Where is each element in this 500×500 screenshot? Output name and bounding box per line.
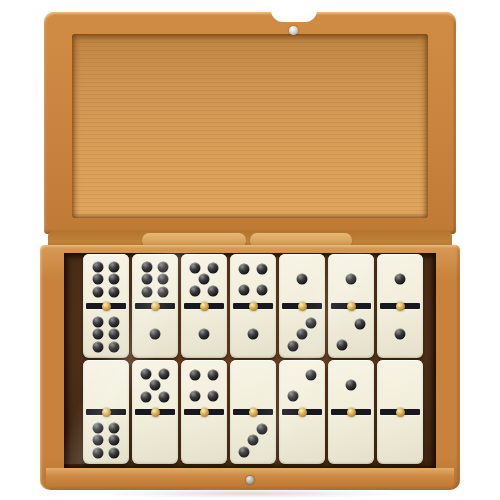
pip (92, 286, 103, 297)
tile-half-bottom (132, 415, 178, 464)
domino-tile[interactable] (132, 360, 178, 464)
spinner-pin-icon (249, 408, 258, 417)
pip (92, 273, 103, 284)
spinner-pin-icon (396, 302, 405, 311)
domino-tile[interactable] (377, 360, 423, 464)
spinner-pin-icon (102, 408, 111, 417)
pip (141, 261, 152, 272)
tile-half-top (181, 360, 227, 409)
pip (297, 274, 308, 285)
spinner-pin-icon (298, 302, 307, 311)
spinner-pin-icon (102, 302, 111, 311)
pip (158, 261, 169, 272)
spinner-pin-icon (249, 302, 258, 311)
domino-tile[interactable] (328, 360, 374, 464)
pip (346, 380, 357, 391)
pip (109, 316, 120, 327)
pip (109, 422, 120, 433)
pip (355, 318, 366, 329)
tile-half-bottom (377, 415, 423, 464)
tile-half-bottom (83, 309, 129, 358)
pip (92, 328, 103, 339)
domino-tile[interactable] (132, 254, 178, 358)
pip (287, 391, 298, 402)
pip (150, 379, 161, 390)
product-photo-dominoes-box (0, 0, 500, 500)
pip (336, 340, 347, 351)
tile-half-top (230, 254, 276, 303)
pip (159, 368, 170, 379)
tile-half-top (83, 254, 129, 303)
tile-half-top (230, 360, 276, 409)
tile-half-top (279, 254, 325, 303)
pip (109, 341, 120, 352)
domino-tile[interactable] (181, 360, 227, 464)
pip (238, 263, 249, 274)
tile-half-bottom (328, 415, 374, 464)
domino-tile[interactable] (181, 254, 227, 358)
pip (140, 391, 151, 402)
spinner-pin-icon (396, 408, 405, 417)
box-lid (44, 12, 456, 234)
tile-half-top (181, 254, 227, 303)
spinner-pin-icon (200, 408, 209, 417)
pip (92, 341, 103, 352)
domino-tile[interactable] (230, 360, 276, 464)
pip (257, 423, 268, 434)
pip (189, 369, 200, 380)
pip (248, 434, 259, 445)
domino-board (83, 254, 423, 464)
domino-tile[interactable] (230, 254, 276, 358)
pip (189, 262, 200, 273)
pip (346, 274, 357, 285)
pip (257, 263, 268, 274)
pip (109, 261, 120, 272)
tile-half-bottom (83, 415, 129, 464)
pip (158, 286, 169, 297)
tile-half-bottom (132, 309, 178, 358)
pip (208, 391, 219, 402)
pip (208, 285, 219, 296)
pip (92, 316, 103, 327)
tile-half-top (83, 360, 129, 409)
pip (306, 369, 317, 380)
pip (199, 273, 210, 284)
tile-half-top (132, 254, 178, 303)
pip (159, 391, 170, 402)
tile-half-top (328, 360, 374, 409)
pip (297, 328, 308, 339)
pip (109, 434, 120, 445)
domino-tile[interactable] (328, 254, 374, 358)
domino-tile[interactable] (377, 254, 423, 358)
pip (257, 285, 268, 296)
floor-reflection (110, 489, 390, 498)
spinner-pin-icon (151, 302, 160, 311)
spinner-pin-icon (200, 302, 209, 311)
pip (395, 274, 406, 285)
tile-half-bottom (279, 415, 325, 464)
pip (199, 329, 210, 340)
spinner-pin-icon (298, 408, 307, 417)
pip (158, 273, 169, 284)
tile-half-bottom (328, 309, 374, 358)
lid-magnet-dot-icon (289, 26, 298, 35)
pip (140, 368, 151, 379)
pip (92, 261, 103, 272)
spinner-pin-icon (151, 408, 160, 417)
spinner-pin-icon (347, 408, 356, 417)
domino-tile[interactable] (83, 360, 129, 464)
tile-half-bottom (181, 415, 227, 464)
pip (92, 422, 103, 433)
tile-half-top (328, 254, 374, 303)
pip (109, 447, 120, 458)
tile-half-top (377, 254, 423, 303)
tile-half-bottom (181, 309, 227, 358)
tile-half-bottom (230, 309, 276, 358)
tile-half-top (279, 360, 325, 409)
pip (109, 273, 120, 284)
tile-half-top (132, 360, 178, 409)
pip (141, 286, 152, 297)
pip (109, 286, 120, 297)
box-front-wall (46, 468, 454, 490)
pip (395, 329, 406, 340)
pip (238, 285, 249, 296)
pip (287, 340, 298, 351)
lid-latch-notch (271, 10, 317, 22)
pip (208, 262, 219, 273)
front-screw-icon (246, 476, 254, 484)
spinner-pin-icon (347, 302, 356, 311)
pip (189, 391, 200, 402)
domino-tile[interactable] (279, 360, 325, 464)
pip (248, 329, 259, 340)
pip (306, 317, 317, 328)
pip (208, 369, 219, 380)
pip (238, 446, 249, 457)
tile-half-bottom (377, 309, 423, 358)
pip (189, 285, 200, 296)
domino-tile[interactable] (83, 254, 129, 358)
pip (141, 273, 152, 284)
pip (92, 447, 103, 458)
pip (150, 329, 161, 340)
pip (109, 328, 120, 339)
lid-inner-panel (72, 34, 428, 218)
tile-half-bottom (230, 415, 276, 464)
tile-half-top (377, 360, 423, 409)
tile-half-bottom (279, 309, 325, 358)
pip (92, 434, 103, 445)
domino-tile[interactable] (279, 254, 325, 358)
